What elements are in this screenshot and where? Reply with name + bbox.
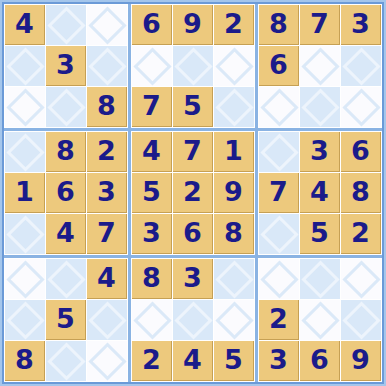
cell-r5c6: 9: [214, 173, 254, 213]
cell-r3c3: 8: [87, 87, 127, 127]
cell-r3c5: 5: [173, 87, 213, 127]
cell-r4c3: 2: [87, 132, 127, 172]
cell-r2c8[interactable]: [300, 46, 340, 86]
box-1: 438: [4, 4, 128, 128]
cell-r3c4: 7: [132, 87, 172, 127]
cell-r4c4: 4: [132, 132, 172, 172]
cell-r4c5: 7: [173, 132, 213, 172]
cell-r6c3: 7: [87, 214, 127, 254]
cell-r4c8: 3: [300, 132, 340, 172]
box-3: 8736: [258, 4, 382, 128]
cell-r9c9: 9: [341, 341, 381, 381]
cell-r6c7[interactable]: [259, 214, 299, 254]
cell-r8c4[interactable]: [132, 300, 172, 340]
cell-r2c7: 6: [259, 46, 299, 86]
cell-r5c9: 8: [341, 173, 381, 213]
cell-r8c7: 2: [259, 300, 299, 340]
cell-r8c1[interactable]: [5, 300, 45, 340]
cell-r3c9[interactable]: [341, 87, 381, 127]
cell-r1c6: 2: [214, 5, 254, 45]
cell-r1c4: 6: [132, 5, 172, 45]
cell-r8c5[interactable]: [173, 300, 213, 340]
box-7: 458: [4, 258, 128, 382]
box-9: 2369: [258, 258, 382, 382]
cell-r6c6: 8: [214, 214, 254, 254]
cell-r1c1: 4: [5, 5, 45, 45]
sudoku-board-frame: 4386927587368216347471529368367485245883…: [2, 2, 384, 384]
cell-r7c7[interactable]: [259, 259, 299, 299]
cell-r3c6[interactable]: [214, 87, 254, 127]
cell-r3c2[interactable]: [46, 87, 86, 127]
cell-r3c7[interactable]: [259, 87, 299, 127]
cell-r9c1: 8: [5, 341, 45, 381]
cell-r5c7: 7: [259, 173, 299, 213]
sudoku-board: 4386927587368216347471529368367485245883…: [0, 0, 386, 386]
sudoku-grid: 4386927587368216347471529368367485245883…: [4, 4, 382, 382]
cell-r6c1[interactable]: [5, 214, 45, 254]
cell-r1c3[interactable]: [87, 5, 127, 45]
cell-r9c2[interactable]: [46, 341, 86, 381]
cell-r6c4: 3: [132, 214, 172, 254]
cell-r5c1: 1: [5, 173, 45, 213]
cell-r4c2: 8: [46, 132, 86, 172]
cell-r1c5: 9: [173, 5, 213, 45]
cell-r7c9[interactable]: [341, 259, 381, 299]
box-5: 471529368: [131, 131, 255, 255]
cell-r9c6: 5: [214, 341, 254, 381]
cell-r8c8[interactable]: [300, 300, 340, 340]
cell-r5c4: 5: [132, 173, 172, 213]
cell-r2c5[interactable]: [173, 46, 213, 86]
box-8: 83245: [131, 258, 255, 382]
cell-r7c5: 3: [173, 259, 213, 299]
cell-r6c5: 6: [173, 214, 213, 254]
cell-r6c8: 5: [300, 214, 340, 254]
cell-r7c3: 4: [87, 259, 127, 299]
cell-r4c9: 6: [341, 132, 381, 172]
cell-r5c5: 2: [173, 173, 213, 213]
cell-r2c4[interactable]: [132, 46, 172, 86]
cell-r2c1[interactable]: [5, 46, 45, 86]
cell-r4c1[interactable]: [5, 132, 45, 172]
cell-r2c9[interactable]: [341, 46, 381, 86]
cell-r5c3: 3: [87, 173, 127, 213]
cell-r5c2: 6: [46, 173, 86, 213]
cell-r5c8: 4: [300, 173, 340, 213]
cell-r8c3[interactable]: [87, 300, 127, 340]
cell-r9c8: 6: [300, 341, 340, 381]
cell-r9c3[interactable]: [87, 341, 127, 381]
cell-r2c2: 3: [46, 46, 86, 86]
cell-r7c6[interactable]: [214, 259, 254, 299]
cell-r7c2[interactable]: [46, 259, 86, 299]
cell-r8c2: 5: [46, 300, 86, 340]
cell-r9c5: 4: [173, 341, 213, 381]
cell-r1c9: 3: [341, 5, 381, 45]
cell-r4c6: 1: [214, 132, 254, 172]
cell-r8c9[interactable]: [341, 300, 381, 340]
cell-r7c4: 8: [132, 259, 172, 299]
cell-r7c1[interactable]: [5, 259, 45, 299]
cell-r1c2[interactable]: [46, 5, 86, 45]
cell-r8c6[interactable]: [214, 300, 254, 340]
cell-r9c4: 2: [132, 341, 172, 381]
cell-r1c7: 8: [259, 5, 299, 45]
box-4: 8216347: [4, 131, 128, 255]
cell-r3c1[interactable]: [5, 87, 45, 127]
cell-r6c9: 2: [341, 214, 381, 254]
cell-r1c8: 7: [300, 5, 340, 45]
cell-r2c3[interactable]: [87, 46, 127, 86]
cell-r4c7[interactable]: [259, 132, 299, 172]
cell-r7c8[interactable]: [300, 259, 340, 299]
box-6: 3674852: [258, 131, 382, 255]
box-2: 69275: [131, 4, 255, 128]
cell-r3c8[interactable]: [300, 87, 340, 127]
cell-r9c7: 3: [259, 341, 299, 381]
cell-r6c2: 4: [46, 214, 86, 254]
cell-r2c6[interactable]: [214, 46, 254, 86]
